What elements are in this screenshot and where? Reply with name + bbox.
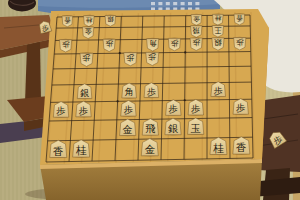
svg-text:桂: 桂 [214,14,222,22]
svg-text:王: 王 [214,26,221,35]
svg-text:歩: 歩 [191,103,201,114]
svg-text:桂: 桂 [85,16,93,24]
svg-text:歩: 歩 [147,87,156,97]
piece-gote-osho-king-r2c8[interactable]: 王 [212,25,223,37]
svg-text:銀: 銀 [107,15,114,23]
svg-text:金: 金 [193,15,200,23]
piece-gote-kinsho-gold-r2c2[interactable]: 金 [82,26,93,38]
piece-gote-keima-knight-r1c2[interactable]: 桂 [84,15,95,27]
hoshi-star-point [184,99,186,101]
hoshi-star-point [117,100,119,102]
svg-text:歩: 歩 [124,104,134,115]
svg-text:桂: 桂 [75,144,87,156]
svg-text:歩: 歩 [236,38,245,47]
piece-gote-ginsho-silver-r3c8[interactable]: 銀 [212,37,224,50]
svg-text:歩: 歩 [214,86,223,96]
shogi-game-scene: 香桂銀金桂香金飛王歩歩角歩歩銀歩歩歩歩銀角歩歩歩歩歩歩歩歩金飛銀玉香桂金桂香歩歩 [0,0,300,200]
svg-text:歩: 歩 [79,105,89,116]
svg-text:香: 香 [236,14,243,22]
svg-text:金: 金 [85,27,92,36]
svg-text:歩: 歩 [61,40,70,49]
piece-gote-keima-knight-r1c8[interactable]: 桂 [213,13,224,25]
svg-text:歩: 歩 [192,38,201,47]
svg-text:玉: 玉 [191,123,201,134]
svg-text:角: 角 [125,87,134,97]
svg-text:銀: 銀 [80,88,89,98]
svg-text:桂: 桂 [212,141,224,153]
svg-text:歩: 歩 [56,105,65,116]
svg-text:飛: 飛 [193,26,200,35]
piece-gote-kyosha-lance-r1c9[interactable]: 香 [234,13,245,25]
piece-gote-kakugyo-bishop-r3c5[interactable]: 角 [147,38,159,51]
svg-text:角: 角 [149,39,157,48]
svg-text:銀: 銀 [168,123,178,134]
piece-gote-fuhyo-pawn-r3c3[interactable]: 歩 [103,38,115,51]
svg-text:歩: 歩 [169,103,179,114]
svg-text:香: 香 [53,144,64,156]
svg-text:飛: 飛 [145,123,155,134]
piece-gote-ginsho-silver-r1c3[interactable]: 銀 [105,15,116,27]
svg-text:歩: 歩 [105,39,114,48]
svg-text:歩: 歩 [148,52,156,62]
piece-gote-fuhyo-pawn-r3c1[interactable]: 歩 [59,39,71,52]
piece-gote-hisha-rook-r2c7[interactable]: 飛 [191,25,202,37]
piece-gote-kinsho-gold-r1c7[interactable]: 金 [191,14,202,26]
hoshi-star-point [119,52,121,54]
svg-text:金: 金 [145,143,156,155]
piece-gote-fuhyo-pawn-r3c7[interactable]: 歩 [190,37,202,50]
svg-text:歩: 歩 [170,39,179,48]
scene-svg: 香桂銀金桂香金飛王歩歩角歩歩銀歩歩歩歩銀角歩歩歩歩歩歩歩歩金飛銀玉香桂金桂香歩歩 [0,0,300,200]
svg-text:歩: 歩 [236,102,246,113]
piece-gote-fuhyo-pawn-r3c9[interactable]: 歩 [234,37,246,50]
svg-text:歩: 歩 [82,53,90,63]
svg-text:香: 香 [236,141,247,153]
piece-gote-kyosha-lance-r1c1[interactable]: 香 [62,15,73,27]
svg-text:金: 金 [122,124,133,135]
svg-text:銀: 銀 [214,38,222,47]
hoshi-star-point [184,51,186,53]
svg-text:香: 香 [64,16,71,24]
svg-text:歩: 歩 [126,53,134,63]
piece-gote-fuhyo-pawn-r3c6[interactable]: 歩 [168,38,180,51]
